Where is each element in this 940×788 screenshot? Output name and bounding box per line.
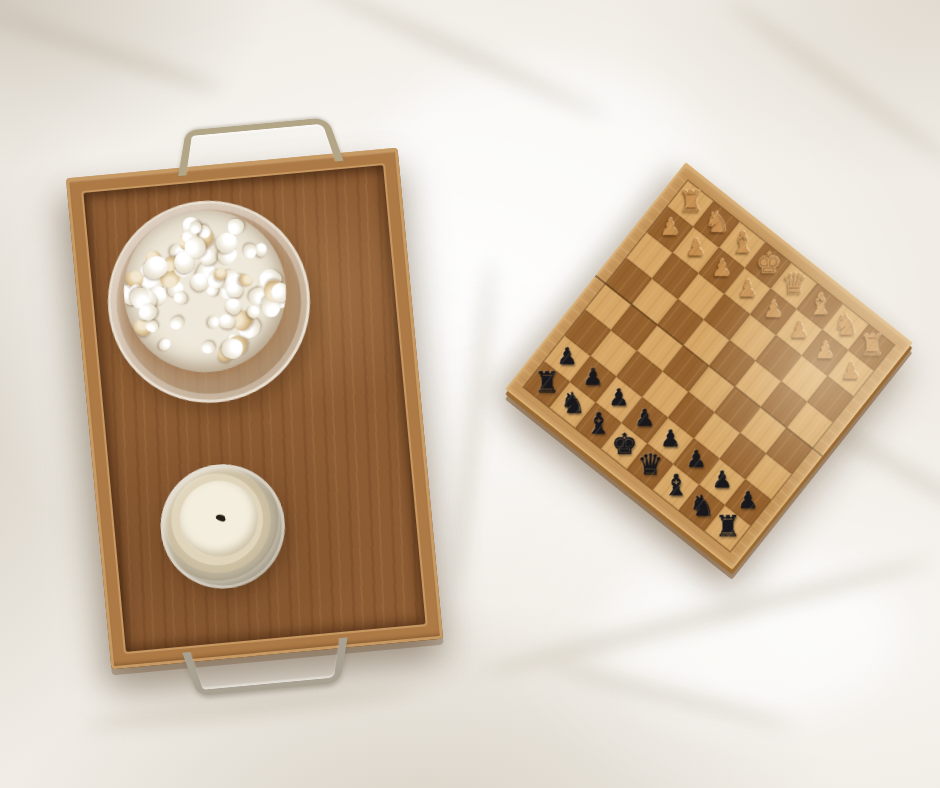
piece-black-king[interactable]: ♚: [611, 430, 637, 459]
tray-handle-top: [178, 117, 343, 176]
popcorn-kernel: [158, 338, 171, 352]
bedsheet-background: ♜♞♝♚♛♝♞♜♟♟♟♟♟♟♟♟♟♟♟♟♟♟♟♟♜♞♝♚♛♝♞♜: [0, 0, 940, 788]
piece-black-knight[interactable]: ♞: [689, 491, 715, 520]
popcorn-kernel: [199, 340, 216, 356]
piece-white-rook[interactable]: ♜: [858, 331, 884, 360]
piece-white-bishop[interactable]: ♝: [729, 228, 755, 257]
piece-black-bishop[interactable]: ♝: [663, 471, 689, 500]
piece-black-rook[interactable]: ♜: [534, 368, 560, 397]
piece-white-pawn[interactable]: ♟: [685, 237, 706, 260]
popcorn-kernel: [217, 313, 235, 329]
sheet-wrinkle: [451, 258, 497, 587]
piece-white-pawn[interactable]: ♟: [660, 216, 681, 239]
popcorn-kernel: [244, 245, 257, 259]
candle-wax: [177, 477, 262, 560]
sheet-wrinkle: [80, 684, 420, 733]
piece-white-king[interactable]: ♚: [755, 249, 781, 278]
sheet-wrinkle: [723, 0, 940, 169]
piece-black-queen[interactable]: ♛: [637, 450, 663, 479]
piece-black-knight[interactable]: ♞: [560, 389, 586, 418]
tray-handle-bottom: [182, 637, 347, 696]
piece-white-pawn[interactable]: ♟: [840, 360, 861, 383]
piece-white-rook[interactable]: ♜: [678, 187, 704, 216]
candle-wick: [215, 513, 225, 522]
popcorn-kernel: [168, 315, 186, 332]
piece-black-rook[interactable]: ♜: [714, 512, 740, 541]
piece-white-bishop[interactable]: ♝: [807, 290, 833, 319]
piece-white-knight[interactable]: ♞: [832, 310, 858, 339]
piece-white-pawn[interactable]: ♟: [763, 298, 784, 321]
popcorn: [117, 203, 293, 379]
piece-white-queen[interactable]: ♛: [781, 269, 807, 298]
piece-white-knight[interactable]: ♞: [703, 208, 729, 237]
piece-black-bishop[interactable]: ♝: [585, 409, 611, 438]
piece-white-pawn[interactable]: ♟: [815, 339, 836, 362]
piece-white-pawn[interactable]: ♟: [737, 278, 758, 301]
piece-white-pawn[interactable]: ♟: [789, 319, 810, 342]
wooden-serving-tray: [66, 148, 443, 670]
piece-white-pawn[interactable]: ♟: [711, 257, 732, 280]
sheet-wrinkle: [0, 2, 226, 98]
